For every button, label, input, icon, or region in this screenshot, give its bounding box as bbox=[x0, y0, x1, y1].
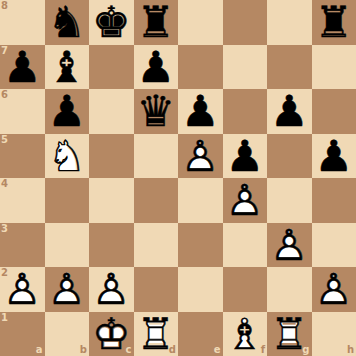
square-c8[interactable]: ♚ bbox=[89, 0, 134, 45]
square-c1[interactable]: c♚♔ bbox=[89, 312, 134, 356]
square-d3[interactable] bbox=[134, 223, 179, 268]
square-e6[interactable]: ♟ bbox=[178, 89, 223, 134]
white-pawn-outline-icon: ♙ bbox=[267, 223, 312, 268]
black-pawn-icon: ♟ bbox=[267, 89, 312, 134]
piece-black-knight[interactable]: ♞ bbox=[45, 0, 90, 45]
square-b8[interactable]: ♞ bbox=[45, 0, 90, 45]
rank-label-1: 1 bbox=[1, 313, 8, 323]
white-knight-outline-icon: ♘ bbox=[45, 134, 90, 179]
white-pawn-outline-icon: ♙ bbox=[0, 267, 45, 312]
piece-white-pawn[interactable]: ♟♙ bbox=[267, 223, 312, 268]
black-bishop-icon: ♝ bbox=[45, 45, 90, 90]
square-c7[interactable] bbox=[89, 45, 134, 90]
square-a7[interactable]: 7♟ bbox=[0, 45, 45, 90]
square-h1[interactable]: h bbox=[312, 312, 356, 356]
white-king-outline-icon: ♔ bbox=[89, 312, 134, 356]
chess-board: 8♞♚♜♜7♟♝♟6♟♛♟♟5♞♘♟♙♟♟4♟♙3♟♙2♟♙♟♙♟♙♟♙1abc… bbox=[0, 0, 356, 356]
piece-black-pawn[interactable]: ♟ bbox=[178, 89, 223, 134]
square-h3[interactable] bbox=[312, 223, 356, 268]
square-e2[interactable] bbox=[178, 267, 223, 312]
piece-white-knight[interactable]: ♞♘ bbox=[45, 134, 90, 179]
piece-black-pawn[interactable]: ♟ bbox=[267, 89, 312, 134]
square-e4[interactable] bbox=[178, 178, 223, 223]
black-knight-icon: ♞ bbox=[45, 0, 90, 45]
square-b4[interactable] bbox=[45, 178, 90, 223]
square-g4[interactable] bbox=[267, 178, 312, 223]
piece-white-pawn[interactable]: ♟♙ bbox=[89, 267, 134, 312]
square-h7[interactable] bbox=[312, 45, 356, 90]
piece-white-pawn[interactable]: ♟♙ bbox=[223, 178, 268, 223]
square-d7[interactable]: ♟ bbox=[134, 45, 179, 90]
square-c6[interactable] bbox=[89, 89, 134, 134]
square-a8[interactable]: 8 bbox=[0, 0, 45, 45]
piece-black-king[interactable]: ♚ bbox=[89, 0, 134, 45]
white-pawn-outline-icon: ♙ bbox=[223, 178, 268, 223]
piece-black-pawn[interactable]: ♟ bbox=[134, 45, 179, 90]
piece-white-rook[interactable]: ♜♖ bbox=[267, 312, 312, 356]
white-rook-outline-icon: ♖ bbox=[134, 312, 179, 356]
square-c5[interactable] bbox=[89, 134, 134, 179]
file-label-b: b bbox=[80, 345, 87, 355]
square-e8[interactable] bbox=[178, 0, 223, 45]
square-d4[interactable] bbox=[134, 178, 179, 223]
white-rook-outline-icon: ♖ bbox=[267, 312, 312, 356]
black-queen-icon: ♛ bbox=[134, 89, 179, 134]
square-f1[interactable]: f♝♗ bbox=[223, 312, 268, 356]
square-a4[interactable]: 4 bbox=[0, 178, 45, 223]
square-b2[interactable]: ♟♙ bbox=[45, 267, 90, 312]
piece-black-pawn[interactable]: ♟ bbox=[45, 89, 90, 134]
file-label-a: a bbox=[36, 345, 43, 355]
square-e1[interactable]: e bbox=[178, 312, 223, 356]
square-g7[interactable] bbox=[267, 45, 312, 90]
square-f2[interactable] bbox=[223, 267, 268, 312]
piece-black-bishop[interactable]: ♝ bbox=[45, 45, 90, 90]
square-b3[interactable] bbox=[45, 223, 90, 268]
piece-white-pawn[interactable]: ♟♙ bbox=[178, 134, 223, 179]
square-g6[interactable]: ♟ bbox=[267, 89, 312, 134]
rank-label-6: 6 bbox=[1, 90, 8, 100]
square-g2[interactable] bbox=[267, 267, 312, 312]
square-a3[interactable]: 3 bbox=[0, 223, 45, 268]
square-g3[interactable]: ♟♙ bbox=[267, 223, 312, 268]
square-h2[interactable]: ♟♙ bbox=[312, 267, 356, 312]
white-pawn-outline-icon: ♙ bbox=[89, 267, 134, 312]
square-c2[interactable]: ♟♙ bbox=[89, 267, 134, 312]
square-a6[interactable]: 6 bbox=[0, 89, 45, 134]
square-d2[interactable] bbox=[134, 267, 179, 312]
square-d5[interactable] bbox=[134, 134, 179, 179]
square-e5[interactable]: ♟♙ bbox=[178, 134, 223, 179]
black-rook-icon: ♜ bbox=[312, 0, 356, 45]
square-c4[interactable] bbox=[89, 178, 134, 223]
square-a1[interactable]: 1a bbox=[0, 312, 45, 356]
piece-black-rook[interactable]: ♜ bbox=[134, 0, 179, 45]
square-g8[interactable] bbox=[267, 0, 312, 45]
black-king-icon: ♚ bbox=[89, 0, 134, 45]
square-d6[interactable]: ♛ bbox=[134, 89, 179, 134]
square-b5[interactable]: ♞♘ bbox=[45, 134, 90, 179]
square-f4[interactable]: ♟♙ bbox=[223, 178, 268, 223]
square-d1[interactable]: d♜♖ bbox=[134, 312, 179, 356]
square-e3[interactable] bbox=[178, 223, 223, 268]
square-b7[interactable]: ♝ bbox=[45, 45, 90, 90]
square-h8[interactable]: ♜ bbox=[312, 0, 356, 45]
black-pawn-icon: ♟ bbox=[134, 45, 179, 90]
square-b6[interactable]: ♟ bbox=[45, 89, 90, 134]
piece-white-king[interactable]: ♚♔ bbox=[89, 312, 134, 356]
square-a2[interactable]: 2♟♙ bbox=[0, 267, 45, 312]
square-f8[interactable] bbox=[223, 0, 268, 45]
square-f5[interactable]: ♟ bbox=[223, 134, 268, 179]
black-pawn-icon: ♟ bbox=[223, 134, 268, 179]
piece-white-rook[interactable]: ♜♖ bbox=[134, 312, 179, 356]
file-label-h: h bbox=[347, 345, 354, 355]
rank-label-8: 8 bbox=[1, 1, 8, 11]
piece-white-bishop[interactable]: ♝♗ bbox=[223, 312, 268, 356]
piece-black-pawn[interactable]: ♟ bbox=[0, 45, 45, 90]
square-f6[interactable] bbox=[223, 89, 268, 134]
piece-black-rook[interactable]: ♜ bbox=[312, 0, 356, 45]
square-h6[interactable] bbox=[312, 89, 356, 134]
black-pawn-icon: ♟ bbox=[312, 134, 356, 179]
square-h4[interactable] bbox=[312, 178, 356, 223]
piece-black-pawn[interactable]: ♟ bbox=[312, 134, 356, 179]
piece-white-pawn[interactable]: ♟♙ bbox=[45, 267, 90, 312]
white-bishop-outline-icon: ♗ bbox=[223, 312, 268, 356]
piece-white-pawn[interactable]: ♟♙ bbox=[0, 267, 45, 312]
piece-black-pawn[interactable]: ♟ bbox=[223, 134, 268, 179]
piece-black-queen[interactable]: ♛ bbox=[134, 89, 179, 134]
square-d8[interactable]: ♜ bbox=[134, 0, 179, 45]
square-f3[interactable] bbox=[223, 223, 268, 268]
square-c3[interactable] bbox=[89, 223, 134, 268]
black-pawn-icon: ♟ bbox=[45, 89, 90, 134]
file-label-e: e bbox=[214, 345, 221, 355]
square-a5[interactable]: 5 bbox=[0, 134, 45, 179]
square-g5[interactable] bbox=[267, 134, 312, 179]
square-b1[interactable]: b bbox=[45, 312, 90, 356]
square-h5[interactable]: ♟ bbox=[312, 134, 356, 179]
white-pawn-outline-icon: ♙ bbox=[178, 134, 223, 179]
rank-label-3: 3 bbox=[1, 224, 8, 234]
white-pawn-outline-icon: ♙ bbox=[45, 267, 90, 312]
rank-label-5: 5 bbox=[1, 135, 8, 145]
black-rook-icon: ♜ bbox=[134, 0, 179, 45]
black-pawn-icon: ♟ bbox=[178, 89, 223, 134]
square-g1[interactable]: g♜♖ bbox=[267, 312, 312, 356]
square-f7[interactable] bbox=[223, 45, 268, 90]
black-pawn-icon: ♟ bbox=[0, 45, 45, 90]
rank-label-4: 4 bbox=[1, 179, 8, 189]
piece-white-pawn[interactable]: ♟♙ bbox=[312, 267, 356, 312]
square-e7[interactable] bbox=[178, 45, 223, 90]
white-pawn-outline-icon: ♙ bbox=[312, 267, 356, 312]
